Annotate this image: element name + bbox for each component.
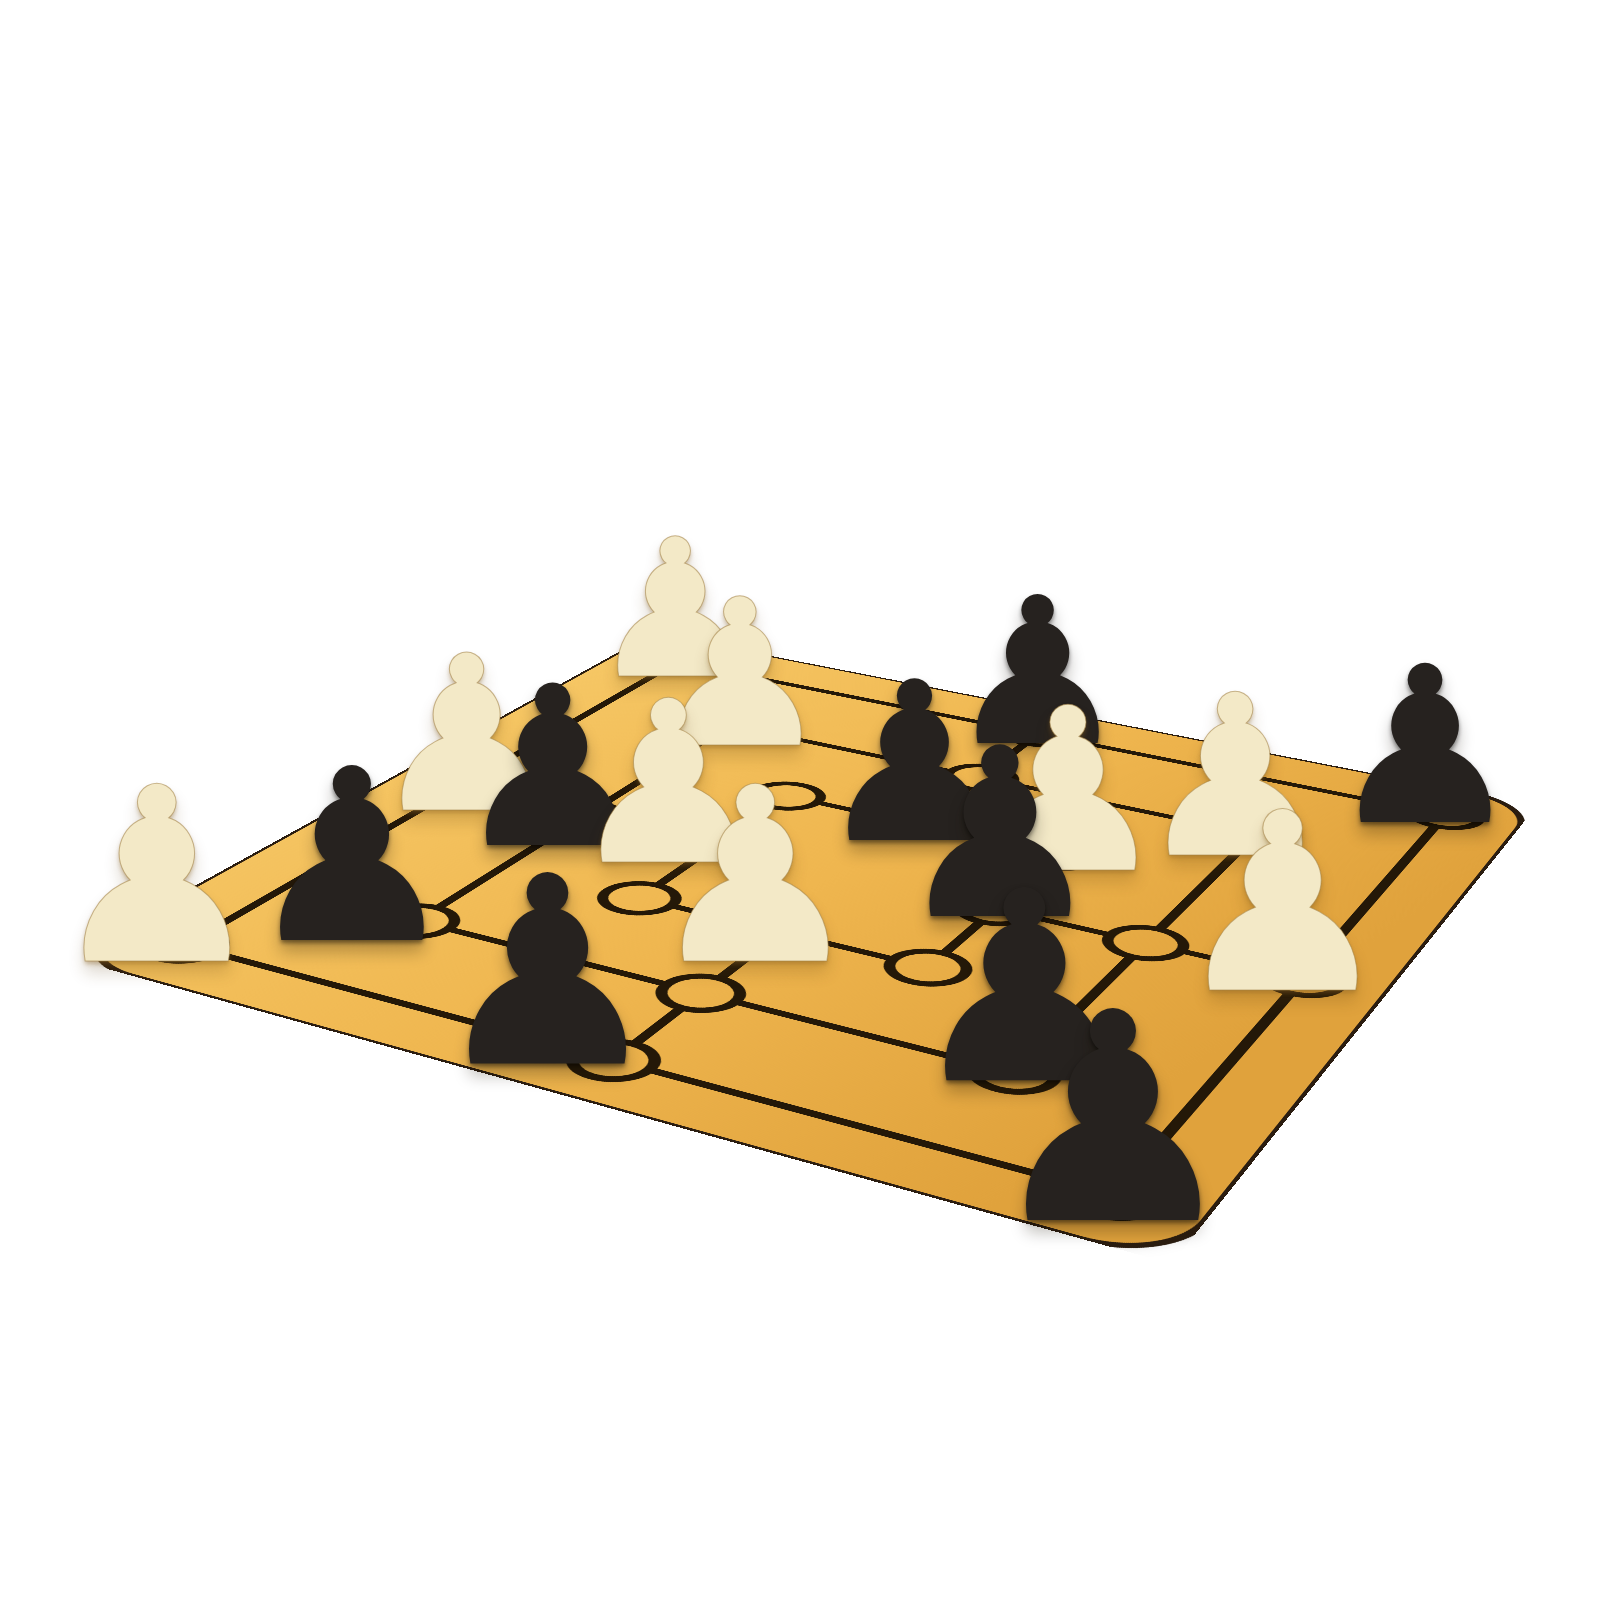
white-man-a1[interactable]: ♟ [48,755,266,998]
black-man-d1[interactable]: ♟ [430,843,665,1105]
pieces-layer: ♟♟♟♟♟♟♟♟♟♟♟♟♟♟♟♟♟♟ [0,0,1600,1600]
scene: ♟♟♟♟♟♟♟♟♟♟♟♟♟♟♟♟♟♟ [0,0,1600,1600]
black-man-g1[interactable]: ♟ [983,975,1243,1265]
white-man-d3[interactable]: ♟ [646,755,864,998]
black-man-b2[interactable]: ♟ [244,738,459,978]
